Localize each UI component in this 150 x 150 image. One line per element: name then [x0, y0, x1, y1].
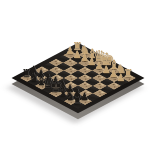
pieces-layer: ♜♞♝♛♚♝♞♜♟♟♟♟♟♟♟♟♟♟♟♟♟♟♟♟♜♞♝♛♚♝♞♜ [0, 0, 150, 150]
piece-white-rook: ♜ [117, 68, 139, 79]
piece-black-pawn: ♟ [75, 92, 95, 102]
piece-white-pawn: ♟ [104, 69, 124, 79]
piece-black-pawn: ♟ [31, 69, 51, 79]
piece-black-knight: ♞ [22, 71, 46, 83]
piece-black-pawn: ♟ [53, 80, 73, 90]
piece-white-knight: ♞ [109, 63, 133, 75]
piece-white-pawn: ♟ [97, 65, 117, 75]
piece-black-rook: ♜ [16, 68, 38, 79]
piece-white-pawn: ♟ [68, 50, 88, 60]
piece-white-pawn: ♟ [82, 57, 102, 67]
piece-white-bishop: ♝ [101, 58, 127, 71]
piece-black-knight: ♞ [58, 90, 82, 102]
piece-black-bishop: ♝ [28, 74, 54, 87]
piece-white-pawn: ♟ [111, 73, 131, 83]
piece-white-king: ♚ [90, 51, 124, 68]
piece-white-rook: ♜ [67, 41, 89, 52]
chess-set-photo: ♜♞♝♛♚♝♞♜♟♟♟♟♟♟♟♟♟♟♟♟♟♟♟♟♜♞♝♛♚♝♞♜ [0, 0, 150, 150]
piece-white-knight: ♞ [73, 44, 97, 56]
piece-white-bishop: ♝ [79, 47, 105, 60]
piece-white-pawn: ♟ [89, 61, 109, 71]
piece-black-pawn: ♟ [46, 76, 66, 86]
piece-black-bishop: ♝ [50, 85, 76, 98]
piece-black-pawn: ♟ [60, 84, 80, 94]
piece-black-pawn: ♟ [39, 73, 59, 83]
piece-black-pawn: ♟ [68, 88, 88, 98]
piece-black-queen: ♛ [34, 76, 64, 91]
piece-black-rook: ♜ [67, 95, 89, 106]
piece-white-pawn: ♟ [75, 53, 95, 63]
piece-black-king: ♚ [39, 78, 73, 95]
piece-white-queen: ♛ [84, 49, 114, 64]
piece-white-pawn: ♟ [60, 46, 80, 56]
piece-black-pawn: ♟ [24, 65, 44, 75]
